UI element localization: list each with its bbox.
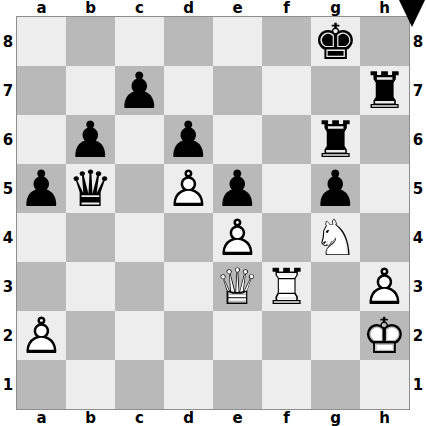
square-d1[interactable] xyxy=(164,360,213,409)
square-a6[interactable] xyxy=(17,115,66,164)
square-e8[interactable] xyxy=(213,17,262,66)
white-p-piece: ♙ xyxy=(164,164,213,213)
rank-label-6: 6 xyxy=(410,115,426,164)
square-b6[interactable]: ♟ xyxy=(66,115,115,164)
square-g6[interactable]: ♜ xyxy=(311,115,360,164)
black-p-piece: ♟ xyxy=(66,115,115,164)
square-g2[interactable] xyxy=(311,311,360,360)
white-r-piece: ♖ xyxy=(262,262,311,311)
square-e4[interactable]: ♟♙ xyxy=(213,213,262,262)
black-q-piece: ♛ xyxy=(66,164,115,213)
black-p-piece: ♟ xyxy=(164,115,213,164)
rank-label-5: 5 xyxy=(410,164,426,213)
square-b4[interactable] xyxy=(66,213,115,262)
square-e7[interactable] xyxy=(213,66,262,115)
file-label-e: e xyxy=(213,0,262,16)
square-d5[interactable]: ♟♙ xyxy=(164,164,213,213)
file-label-b: b xyxy=(66,410,115,426)
rank-label-1: 1 xyxy=(410,360,426,409)
square-a7[interactable] xyxy=(17,66,66,115)
white-k-piece-fill: ♚ xyxy=(360,311,409,360)
rank-label-1: 1 xyxy=(0,360,16,409)
square-g5[interactable]: ♟ xyxy=(311,164,360,213)
square-g1[interactable] xyxy=(311,360,360,409)
white-r-piece-fill: ♜ xyxy=(262,262,311,311)
square-h2[interactable]: ♚♔ xyxy=(360,311,409,360)
white-p-piece-fill: ♟ xyxy=(17,311,66,360)
square-f3[interactable]: ♜♖ xyxy=(262,262,311,311)
square-d3[interactable] xyxy=(164,262,213,311)
file-label-a: a xyxy=(17,0,66,16)
square-f5[interactable] xyxy=(262,164,311,213)
square-a3[interactable] xyxy=(17,262,66,311)
white-p-piece: ♙ xyxy=(17,311,66,360)
square-h5[interactable] xyxy=(360,164,409,213)
file-label-f: f xyxy=(262,0,311,16)
square-h7[interactable]: ♜ xyxy=(360,66,409,115)
file-label-a: a xyxy=(17,410,66,426)
square-a8[interactable] xyxy=(17,17,66,66)
rank-label-2: 2 xyxy=(410,311,426,360)
white-n-piece: ♘ xyxy=(311,213,360,262)
square-h1[interactable] xyxy=(360,360,409,409)
white-q-piece: ♕ xyxy=(213,262,262,311)
rank-label-3: 3 xyxy=(0,262,16,311)
square-c4[interactable] xyxy=(115,213,164,262)
file-label-g: g xyxy=(311,410,360,426)
rank-label-5: 5 xyxy=(0,164,16,213)
black-k-piece: ♚ xyxy=(311,17,360,66)
square-d6[interactable]: ♟ xyxy=(164,115,213,164)
square-h6[interactable] xyxy=(360,115,409,164)
black-r-piece: ♜ xyxy=(360,66,409,115)
square-g8[interactable]: ♚ xyxy=(311,17,360,66)
file-label-h: h xyxy=(360,410,409,426)
square-e2[interactable] xyxy=(213,311,262,360)
square-d4[interactable] xyxy=(164,213,213,262)
file-labels-bottom: abcdefgh xyxy=(17,410,409,426)
square-f6[interactable] xyxy=(262,115,311,164)
white-q-piece-fill: ♛ xyxy=(213,262,262,311)
square-g4[interactable]: ♞♘ xyxy=(311,213,360,262)
square-b8[interactable] xyxy=(66,17,115,66)
square-d7[interactable] xyxy=(164,66,213,115)
rank-labels-right: 87654321 xyxy=(410,17,426,409)
square-f1[interactable] xyxy=(262,360,311,409)
file-label-d: d xyxy=(164,0,213,16)
square-b3[interactable] xyxy=(66,262,115,311)
square-c1[interactable] xyxy=(115,360,164,409)
file-label-e: e xyxy=(213,410,262,426)
square-f4[interactable] xyxy=(262,213,311,262)
white-p-piece-fill: ♟ xyxy=(360,262,409,311)
file-label-c: c xyxy=(115,410,164,426)
square-g7[interactable] xyxy=(311,66,360,115)
square-f8[interactable] xyxy=(262,17,311,66)
square-c2[interactable] xyxy=(115,311,164,360)
square-e3[interactable]: ♛♕ xyxy=(213,262,262,311)
chess-diagram: abcdefgh 87654321 ♚♟♜♟♟♜♟♛♟♙♟♟♟♙♞♘♛♕♜♖♟♙… xyxy=(0,0,426,426)
square-b7[interactable] xyxy=(66,66,115,115)
black-p-piece: ♟ xyxy=(213,164,262,213)
square-d2[interactable] xyxy=(164,311,213,360)
white-p-piece: ♙ xyxy=(360,262,409,311)
file-label-g: g xyxy=(311,0,360,16)
rank-label-7: 7 xyxy=(0,66,16,115)
black-p-piece: ♟ xyxy=(17,164,66,213)
rank-label-4: 4 xyxy=(0,213,16,262)
square-h3[interactable]: ♟♙ xyxy=(360,262,409,311)
rank-label-3: 3 xyxy=(410,262,426,311)
square-c8[interactable] xyxy=(115,17,164,66)
file-label-f: f xyxy=(262,410,311,426)
white-p-piece-fill: ♟ xyxy=(164,164,213,213)
white-n-piece-fill: ♞ xyxy=(311,213,360,262)
square-e5[interactable]: ♟ xyxy=(213,164,262,213)
square-c6[interactable] xyxy=(115,115,164,164)
rank-label-8: 8 xyxy=(0,17,16,66)
black-r-piece: ♜ xyxy=(311,115,360,164)
square-c5[interactable] xyxy=(115,164,164,213)
square-b1[interactable] xyxy=(66,360,115,409)
square-e6[interactable] xyxy=(213,115,262,164)
square-a4[interactable] xyxy=(17,213,66,262)
square-d8[interactable] xyxy=(164,17,213,66)
square-b2[interactable] xyxy=(66,311,115,360)
white-p-piece-fill: ♟ xyxy=(213,213,262,262)
rank-label-2: 2 xyxy=(0,311,16,360)
file-labels-top: abcdefgh xyxy=(17,0,409,16)
square-h4[interactable] xyxy=(360,213,409,262)
file-label-b: b xyxy=(66,0,115,16)
rank-label-7: 7 xyxy=(410,66,426,115)
square-a2[interactable]: ♟♙ xyxy=(17,311,66,360)
square-g3[interactable] xyxy=(311,262,360,311)
square-a5[interactable]: ♟ xyxy=(17,164,66,213)
square-c3[interactable] xyxy=(115,262,164,311)
square-f2[interactable] xyxy=(262,311,311,360)
square-a1[interactable] xyxy=(17,360,66,409)
rank-labels-left: 87654321 xyxy=(0,17,16,409)
black-p-piece: ♟ xyxy=(311,164,360,213)
file-label-d: d xyxy=(164,410,213,426)
chess-board: ♚♟♜♟♟♜♟♛♟♙♟♟♟♙♞♘♛♕♜♖♟♙♟♙♚♔ xyxy=(16,16,410,410)
square-b5[interactable]: ♛ xyxy=(66,164,115,213)
black-to-move-triangle-icon xyxy=(399,0,425,27)
rank-label-4: 4 xyxy=(410,213,426,262)
rank-label-6: 6 xyxy=(0,115,16,164)
file-label-c: c xyxy=(115,0,164,16)
white-k-piece: ♔ xyxy=(360,311,409,360)
white-p-piece: ♙ xyxy=(213,213,262,262)
square-f7[interactable] xyxy=(262,66,311,115)
square-c7[interactable]: ♟ xyxy=(115,66,164,115)
black-p-piece: ♟ xyxy=(115,66,164,115)
square-e1[interactable] xyxy=(213,360,262,409)
